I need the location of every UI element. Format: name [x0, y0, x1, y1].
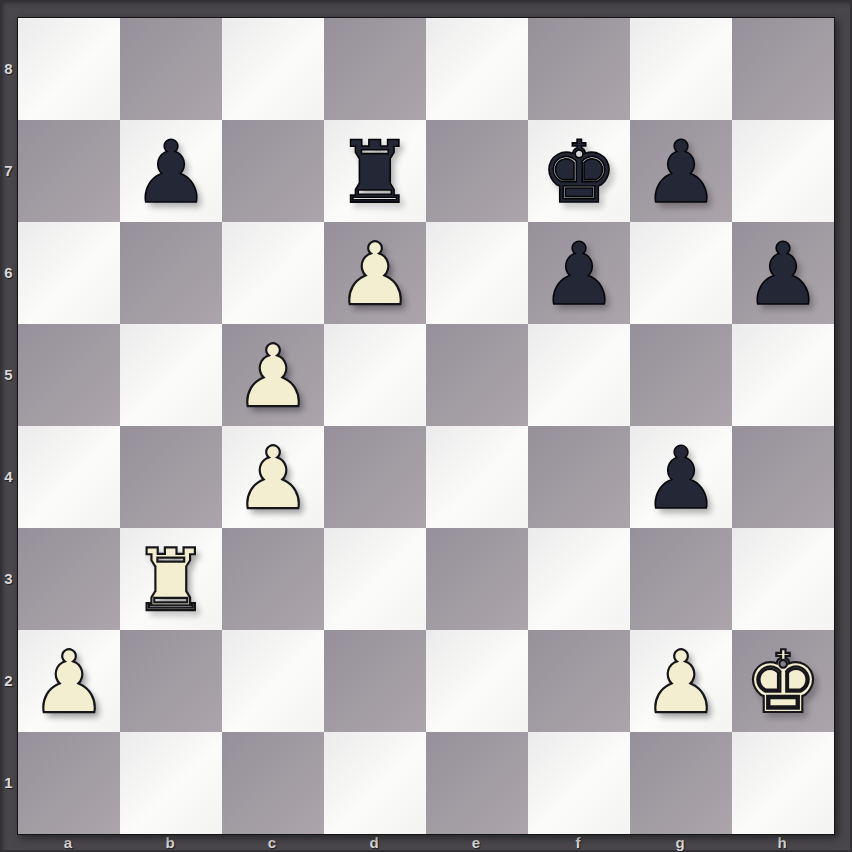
square-e7[interactable] — [426, 120, 528, 222]
square-e6[interactable] — [426, 222, 528, 324]
square-h1[interactable] — [732, 732, 834, 834]
file-label-d: d — [323, 833, 425, 852]
square-c1[interactable] — [222, 732, 324, 834]
piece-white-rook[interactable]: ♜ — [120, 528, 222, 630]
square-d4[interactable] — [324, 426, 426, 528]
piece-black-pawn[interactable]: ♟ — [732, 222, 834, 324]
square-g2[interactable]: ♟ — [630, 630, 732, 732]
square-h7[interactable] — [732, 120, 834, 222]
square-c5[interactable]: ♟ — [222, 324, 324, 426]
square-h8[interactable] — [732, 18, 834, 120]
square-h6[interactable]: ♟ — [732, 222, 834, 324]
square-c8[interactable] — [222, 18, 324, 120]
square-f3[interactable] — [528, 528, 630, 630]
square-a1[interactable] — [18, 732, 120, 834]
square-d2[interactable] — [324, 630, 426, 732]
square-f2[interactable] — [528, 630, 630, 732]
square-g3[interactable] — [630, 528, 732, 630]
square-e8[interactable] — [426, 18, 528, 120]
rank-label-5: 5 — [0, 323, 17, 425]
square-b1[interactable] — [120, 732, 222, 834]
piece-white-pawn[interactable]: ♟ — [630, 630, 732, 732]
file-label-h: h — [731, 833, 833, 852]
rank-labels: 87654321 — [0, 17, 17, 833]
square-a3[interactable] — [18, 528, 120, 630]
square-c6[interactable] — [222, 222, 324, 324]
piece-black-pawn[interactable]: ♟ — [528, 222, 630, 324]
square-a5[interactable] — [18, 324, 120, 426]
square-h3[interactable] — [732, 528, 834, 630]
rank-label-8: 8 — [0, 17, 17, 119]
square-f1[interactable] — [528, 732, 630, 834]
square-c7[interactable] — [222, 120, 324, 222]
square-a8[interactable] — [18, 18, 120, 120]
piece-black-rook[interactable]: ♜ — [324, 120, 426, 222]
piece-black-pawn[interactable]: ♟ — [120, 120, 222, 222]
rank-label-2: 2 — [0, 629, 17, 731]
square-f5[interactable] — [528, 324, 630, 426]
piece-white-pawn[interactable]: ♟ — [324, 222, 426, 324]
square-d1[interactable] — [324, 732, 426, 834]
square-h2[interactable]: ♚ — [732, 630, 834, 732]
rank-label-4: 4 — [0, 425, 17, 527]
piece-white-king[interactable]: ♚ — [732, 630, 834, 732]
file-label-g: g — [629, 833, 731, 852]
square-a7[interactable] — [18, 120, 120, 222]
square-c3[interactable] — [222, 528, 324, 630]
square-d8[interactable] — [324, 18, 426, 120]
square-f4[interactable] — [528, 426, 630, 528]
square-e3[interactable] — [426, 528, 528, 630]
piece-white-pawn[interactable]: ♟ — [222, 426, 324, 528]
square-g7[interactable]: ♟ — [630, 120, 732, 222]
square-c2[interactable] — [222, 630, 324, 732]
square-d5[interactable] — [324, 324, 426, 426]
square-d3[interactable] — [324, 528, 426, 630]
square-g4[interactable]: ♟ — [630, 426, 732, 528]
square-g8[interactable] — [630, 18, 732, 120]
file-label-a: a — [17, 833, 119, 852]
file-label-f: f — [527, 833, 629, 852]
file-label-c: c — [221, 833, 323, 852]
square-e5[interactable] — [426, 324, 528, 426]
rank-label-1: 1 — [0, 731, 17, 833]
square-e4[interactable] — [426, 426, 528, 528]
rank-label-7: 7 — [0, 119, 17, 221]
square-b2[interactable] — [120, 630, 222, 732]
square-g5[interactable] — [630, 324, 732, 426]
piece-white-pawn[interactable]: ♟ — [222, 324, 324, 426]
file-label-e: e — [425, 833, 527, 852]
square-d7[interactable]: ♜ — [324, 120, 426, 222]
piece-black-pawn[interactable]: ♟ — [630, 426, 732, 528]
square-b8[interactable] — [120, 18, 222, 120]
piece-black-pawn[interactable]: ♟ — [630, 120, 732, 222]
file-labels: abcdefgh — [17, 833, 833, 852]
rank-label-6: 6 — [0, 221, 17, 323]
rank-label-3: 3 — [0, 527, 17, 629]
piece-white-pawn[interactable]: ♟ — [18, 630, 120, 732]
square-a6[interactable] — [18, 222, 120, 324]
square-h4[interactable] — [732, 426, 834, 528]
square-a4[interactable] — [18, 426, 120, 528]
square-f8[interactable] — [528, 18, 630, 120]
square-b7[interactable]: ♟ — [120, 120, 222, 222]
square-b5[interactable] — [120, 324, 222, 426]
square-c4[interactable]: ♟ — [222, 426, 324, 528]
square-b3[interactable]: ♜ — [120, 528, 222, 630]
board-squares: ♟♜♚♟♟♟♟♟♟♟♜♟♟♚ — [17, 17, 835, 835]
square-e2[interactable] — [426, 630, 528, 732]
square-h5[interactable] — [732, 324, 834, 426]
square-b6[interactable] — [120, 222, 222, 324]
square-f7[interactable]: ♚ — [528, 120, 630, 222]
square-g6[interactable] — [630, 222, 732, 324]
square-a2[interactable]: ♟ — [18, 630, 120, 732]
piece-black-king[interactable]: ♚ — [528, 120, 630, 222]
square-e1[interactable] — [426, 732, 528, 834]
square-f6[interactable]: ♟ — [528, 222, 630, 324]
square-d6[interactable]: ♟ — [324, 222, 426, 324]
square-g1[interactable] — [630, 732, 732, 834]
file-label-b: b — [119, 833, 221, 852]
chess-board-frame: 87654321 abcdefgh ♟♜♚♟♟♟♟♟♟♟♜♟♟♚ — [0, 0, 852, 852]
square-b4[interactable] — [120, 426, 222, 528]
